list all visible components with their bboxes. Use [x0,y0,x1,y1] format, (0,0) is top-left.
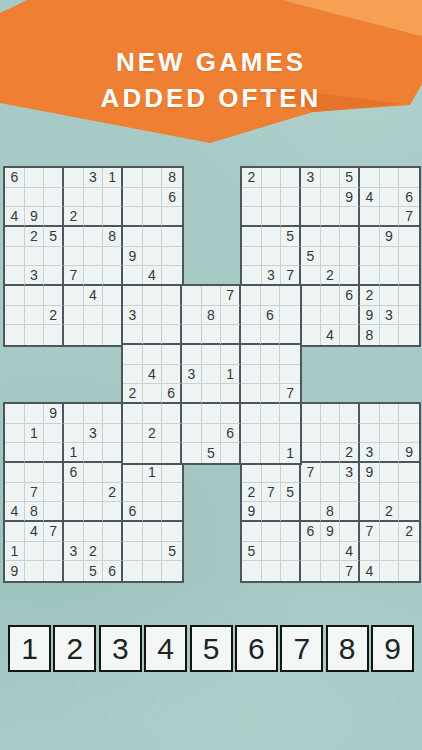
cell-center-r7c9[interactable] [280,404,300,424]
cell-center-r4c9[interactable] [280,345,300,365]
cell-center-r2c1[interactable]: 3 [123,306,143,326]
cell-bottom_left-r6c7[interactable]: 6 [123,502,143,522]
cell-center-r3c6[interactable] [221,325,241,345]
cell-top_right-r2c8[interactable] [380,188,400,208]
cell-bottom_right-r8c2[interactable] [262,542,282,562]
cell-bottom_left-r9c2[interactable] [25,561,45,581]
cell-bottom_right-r2c7[interactable] [360,424,380,444]
cell-top_right-r4c1[interactable] [242,227,262,247]
cell-top_right-r3c8[interactable] [380,207,400,227]
cell-bottom_left-r4c3[interactable] [44,463,64,483]
cell-bottom_right-r3c9[interactable]: 9 [399,443,419,463]
cell-bottom_right-r1c5[interactable] [321,404,341,424]
cell-top_left-r6c4[interactable]: 7 [64,266,84,286]
cell-bottom_right-r2c4[interactable] [301,424,321,444]
cell-bottom_right-r6c7[interactable] [360,502,380,522]
cell-bottom_right-r4c8[interactable] [380,463,400,483]
cell-center-r6c7[interactable] [241,384,261,404]
cell-center-r7c5[interactable] [202,404,222,424]
cell-bottom_left-r1c4[interactable] [64,404,84,424]
cell-center-r2c5[interactable]: 8 [202,306,222,326]
cell-top_left-r2c3[interactable] [44,188,64,208]
cell-center-r6c3[interactable]: 6 [162,384,182,404]
cell-center-r4c7[interactable] [241,345,261,365]
cell-bottom_right-r6c3[interactable] [281,502,301,522]
cell-bottom_right-r4c4[interactable]: 7 [301,463,321,483]
cell-bottom_right-r9c1[interactable] [242,561,262,581]
cell-bottom_left-r8c5[interactable]: 2 [84,542,104,562]
cell-top_left-r8c4[interactable] [64,306,84,326]
cell-top_right-r9c9[interactable] [399,325,419,345]
cell-bottom_left-r7c8[interactable] [143,522,163,542]
cell-top_right-r4c3[interactable]: 5 [281,227,301,247]
cell-center-r7c7[interactable] [241,404,261,424]
cell-bottom_right-r5c1[interactable]: 2 [242,483,262,503]
cell-top_right-r4c8[interactable]: 9 [380,227,400,247]
cell-bottom_left-r4c2[interactable] [25,463,45,483]
cell-center-r7c3[interactable] [162,404,182,424]
cell-top_right-r1c6[interactable]: 5 [340,168,360,188]
cell-center-r1c3[interactable] [162,286,182,306]
cell-top_right-r8c7[interactable]: 9 [360,306,380,326]
cell-top_left-r6c5[interactable] [84,266,104,286]
cell-bottom_right-r6c9[interactable] [399,502,419,522]
cell-bottom_right-r3c6[interactable]: 2 [340,443,360,463]
cell-top_right-r1c5[interactable] [321,168,341,188]
cell-top_right-r1c1[interactable]: 2 [242,168,262,188]
cell-top_left-r2c9[interactable]: 6 [162,188,182,208]
cell-center-r2c2[interactable] [143,306,163,326]
cell-bottom_right-r9c5[interactable] [321,561,341,581]
cell-bottom_right-r5c7[interactable] [360,483,380,503]
cell-bottom_left-r8c8[interactable] [143,542,163,562]
cell-top_left-r1c2[interactable] [25,168,45,188]
cell-top_left-r6c2[interactable]: 3 [25,266,45,286]
cell-top_right-r2c2[interactable] [262,188,282,208]
cell-top_right-r4c2[interactable] [262,227,282,247]
cell-bottom_right-r8c6[interactable]: 4 [340,542,360,562]
cell-bottom_left-r9c3[interactable] [44,561,64,581]
cell-top_left-r4c8[interactable] [143,227,163,247]
cell-bottom_left-r8c2[interactable] [25,542,45,562]
cell-top_left-r1c7[interactable] [123,168,143,188]
cell-top_right-r3c5[interactable] [321,207,341,227]
cell-top_right-r1c9[interactable] [399,168,419,188]
cell-top_left-r1c5[interactable]: 3 [84,168,104,188]
cell-center-r8c7[interactable] [241,424,261,444]
cell-bottom_right-r7c6[interactable] [340,522,360,542]
cell-center-r6c8[interactable] [261,384,281,404]
cell-center-r9c5[interactable]: 5 [202,443,222,463]
cell-top_right-r2c3[interactable] [281,188,301,208]
cell-bottom_right-r8c4[interactable] [301,542,321,562]
number-key-9[interactable]: 9 [371,625,414,672]
cell-bottom_left-r5c7[interactable] [123,483,143,503]
cell-bottom_right-r5c6[interactable] [340,483,360,503]
cell-top_left-r7c1[interactable] [5,286,25,306]
cell-bottom_right-r2c9[interactable] [399,424,419,444]
cell-top_left-r3c2[interactable]: 9 [25,207,45,227]
cell-bottom_right-r4c7[interactable]: 9 [360,463,380,483]
cell-bottom_right-r1c7[interactable] [360,404,380,424]
cell-top_right-r1c8[interactable] [380,168,400,188]
cell-bottom_left-r5c3[interactable] [44,483,64,503]
cell-bottom_right-r2c8[interactable] [380,424,400,444]
cell-top_right-r7c6[interactable]: 6 [340,286,360,306]
cell-bottom_left-r7c5[interactable] [84,522,104,542]
cell-center-r7c1[interactable] [123,404,143,424]
cell-center-r4c8[interactable] [261,345,281,365]
cell-bottom_left-r7c1[interactable] [5,522,25,542]
cell-center-r5c8[interactable] [261,365,281,385]
cell-bottom_right-r3c4[interactable] [301,443,321,463]
cell-bottom_left-r1c1[interactable] [5,404,25,424]
cell-bottom_right-r1c9[interactable] [399,404,419,424]
cell-top_right-r5c8[interactable] [380,247,400,267]
cell-top_right-r1c3[interactable] [281,168,301,188]
cell-top_right-r4c4[interactable] [301,227,321,247]
cell-center-r9c1[interactable] [123,443,143,463]
cell-bottom_right-r7c3[interactable] [281,522,301,542]
cell-top_left-r6c1[interactable] [5,266,25,286]
cell-top_left-r2c7[interactable] [123,188,143,208]
cell-top_right-r5c5[interactable] [321,247,341,267]
cell-top_right-r2c7[interactable]: 4 [360,188,380,208]
cell-center-r1c4[interactable] [182,286,202,306]
cell-bottom_right-r4c9[interactable] [399,463,419,483]
cell-top_left-r5c4[interactable] [64,247,84,267]
cell-center-r8c5[interactable] [202,424,222,444]
cell-bottom_left-r9c4[interactable] [64,561,84,581]
cell-top_left-r7c2[interactable] [25,286,45,306]
cell-top_right-r9c5[interactable]: 4 [321,325,341,345]
cell-center-r5c3[interactable] [162,365,182,385]
cell-center-r2c6[interactable] [221,306,241,326]
cell-top_right-r4c7[interactable] [360,227,380,247]
cell-top_left-r2c5[interactable] [84,188,104,208]
cell-bottom_right-r7c2[interactable] [262,522,282,542]
cell-bottom_right-r9c7[interactable]: 4 [360,561,380,581]
number-key-8[interactable]: 8 [326,625,369,672]
cell-center-r1c5[interactable] [202,286,222,306]
cell-top_left-r9c3[interactable] [44,325,64,345]
cell-bottom_right-r2c5[interactable] [321,424,341,444]
cell-center-r9c7[interactable] [241,443,261,463]
cell-bottom_left-r9c7[interactable] [123,561,143,581]
cell-bottom_left-r6c3[interactable] [44,502,64,522]
cell-center-r1c6[interactable]: 7 [221,286,241,306]
cell-bottom_left-r8c1[interactable]: 1 [5,542,25,562]
cell-bottom_right-r7c5[interactable]: 9 [321,522,341,542]
cell-top_left-r2c1[interactable] [5,188,25,208]
cell-top_right-r5c4[interactable]: 5 [301,247,321,267]
cell-bottom_right-r1c8[interactable] [380,404,400,424]
cell-top_left-r4c1[interactable] [5,227,25,247]
cell-center-r6c4[interactable] [182,384,202,404]
cell-center-r7c6[interactable] [221,404,241,424]
cell-top_left-r3c5[interactable] [84,207,104,227]
cell-bottom_right-r8c9[interactable] [399,542,419,562]
cell-bottom_right-r7c9[interactable]: 2 [399,522,419,542]
cell-bottom_left-r2c2[interactable]: 1 [25,424,45,444]
cell-bottom_right-r9c8[interactable] [380,561,400,581]
cell-center-r3c7[interactable] [241,325,261,345]
cell-top_left-r7c4[interactable] [64,286,84,306]
cell-top_left-r1c3[interactable] [44,168,64,188]
cell-top_left-r3c1[interactable]: 4 [5,207,25,227]
cell-bottom_left-r4c7[interactable] [123,463,143,483]
cell-top_left-r4c4[interactable] [64,227,84,247]
cell-top_right-r5c1[interactable] [242,247,262,267]
cell-top_left-r8c3[interactable]: 2 [44,306,64,326]
cell-top_right-r8c4[interactable] [301,306,321,326]
cell-top_right-r3c6[interactable] [340,207,360,227]
cell-top_right-r1c7[interactable] [360,168,380,188]
cell-bottom_right-r4c1[interactable] [242,463,262,483]
cell-top_right-r3c3[interactable] [281,207,301,227]
cell-bottom_left-r8c3[interactable] [44,542,64,562]
cell-top_right-r9c4[interactable] [301,325,321,345]
cell-bottom_left-r6c9[interactable] [162,502,182,522]
cell-center-r5c2[interactable]: 4 [143,365,163,385]
cell-top_left-r4c3[interactable]: 5 [44,227,64,247]
cell-bottom_right-r6c2[interactable] [262,502,282,522]
cell-top_left-r1c1[interactable]: 6 [5,168,25,188]
cell-center-r2c9[interactable] [280,306,300,326]
cell-bottom_left-r8c7[interactable] [123,542,143,562]
cell-center-r4c2[interactable] [143,345,163,365]
cell-bottom_left-r4c4[interactable]: 6 [64,463,84,483]
cell-top_right-r5c9[interactable] [399,247,419,267]
cell-top_left-r2c6[interactable] [103,188,123,208]
cell-top_left-r5c1[interactable] [5,247,25,267]
cell-bottom_left-r4c1[interactable] [5,463,25,483]
cell-top_left-r4c6[interactable]: 8 [103,227,123,247]
cell-top_right-r6c8[interactable] [380,266,400,286]
cell-bottom_left-r7c4[interactable] [64,522,84,542]
cell-top_left-r8c2[interactable] [25,306,45,326]
cell-center-r8c4[interactable] [182,424,202,444]
cell-center-r5c9[interactable] [280,365,300,385]
cell-top_left-r3c3[interactable] [44,207,64,227]
cell-top_right-r4c9[interactable] [399,227,419,247]
cell-center-r4c3[interactable] [162,345,182,365]
cell-bottom_left-r7c7[interactable] [123,522,143,542]
cell-bottom_left-r5c1[interactable] [5,483,25,503]
cell-center-r8c9[interactable] [280,424,300,444]
cell-top_left-r7c3[interactable] [44,286,64,306]
cell-top_left-r5c6[interactable] [103,247,123,267]
cell-top_left-r3c6[interactable] [103,207,123,227]
cell-bottom_left-r3c2[interactable] [25,443,45,463]
cell-top_right-r2c9[interactable]: 6 [399,188,419,208]
cell-center-r1c8[interactable] [261,286,281,306]
cell-bottom_right-r8c1[interactable]: 5 [242,542,262,562]
cell-bottom_right-r1c4[interactable] [301,404,321,424]
cell-bottom_left-r2c3[interactable] [44,424,64,444]
cell-top_left-r4c9[interactable] [162,227,182,247]
cell-bottom_left-r6c2[interactable]: 8 [25,502,45,522]
cell-top_right-r8c9[interactable] [399,306,419,326]
cell-bottom_left-r8c4[interactable]: 3 [64,542,84,562]
cell-top_left-r1c9[interactable]: 8 [162,168,182,188]
cell-bottom_right-r6c6[interactable] [340,502,360,522]
cell-top_right-r2c5[interactable] [321,188,341,208]
cell-bottom_left-r8c6[interactable] [103,542,123,562]
cell-center-r2c4[interactable] [182,306,202,326]
cell-bottom_left-r3c1[interactable] [5,443,25,463]
cell-bottom_left-r4c5[interactable] [84,463,104,483]
cell-top_left-r5c2[interactable] [25,247,45,267]
cell-bottom_right-r4c6[interactable]: 3 [340,463,360,483]
cell-top_right-r6c9[interactable] [399,266,419,286]
cell-center-r5c6[interactable]: 1 [221,365,241,385]
cell-center-r4c4[interactable] [182,345,202,365]
cell-center-r5c5[interactable] [202,365,222,385]
cell-top_left-r8c1[interactable] [5,306,25,326]
cell-bottom_right-r3c5[interactable] [321,443,341,463]
cell-bottom_right-r6c5[interactable]: 8 [321,502,341,522]
cell-top_right-r2c1[interactable] [242,188,262,208]
cell-top_left-r2c4[interactable] [64,188,84,208]
cell-top_right-r6c7[interactable] [360,266,380,286]
cell-bottom_right-r4c2[interactable] [262,463,282,483]
cell-bottom_left-r7c2[interactable]: 4 [25,522,45,542]
cell-bottom_right-r9c3[interactable] [281,561,301,581]
cell-top_right-r3c7[interactable] [360,207,380,227]
cell-top_left-r3c9[interactable] [162,207,182,227]
cell-center-r9c4[interactable] [182,443,202,463]
cell-bottom_left-r1c5[interactable] [84,404,104,424]
cell-bottom_left-r1c2[interactable] [25,404,45,424]
cell-top_left-r9c2[interactable] [25,325,45,345]
cell-bottom_right-r9c2[interactable] [262,561,282,581]
cell-center-r3c4[interactable] [182,325,202,345]
cell-bottom_right-r7c1[interactable] [242,522,262,542]
cell-center-r7c2[interactable] [143,404,163,424]
cell-top_left-r3c4[interactable]: 2 [64,207,84,227]
cell-top_left-r5c3[interactable] [44,247,64,267]
cell-bottom_left-r9c6[interactable]: 6 [103,561,123,581]
cell-top_left-r9c4[interactable] [64,325,84,345]
cell-center-r8c2[interactable]: 2 [143,424,163,444]
cell-bottom_left-r8c9[interactable]: 5 [162,542,182,562]
number-key-1[interactable]: 1 [8,625,51,672]
cell-top_left-r5c8[interactable] [143,247,163,267]
cell-top_left-r1c6[interactable]: 1 [103,168,123,188]
cell-center-r6c5[interactable] [202,384,222,404]
cell-bottom_right-r6c8[interactable]: 2 [380,502,400,522]
cell-top_right-r6c6[interactable] [340,266,360,286]
cell-center-r8c8[interactable] [261,424,281,444]
cell-center-r1c7[interactable] [241,286,261,306]
number-key-5[interactable]: 5 [190,625,233,672]
cell-bottom_left-r6c8[interactable] [143,502,163,522]
cell-top_left-r5c7[interactable]: 9 [123,247,143,267]
cell-top_left-r1c8[interactable] [143,168,163,188]
cell-bottom_left-r3c3[interactable] [44,443,64,463]
cell-center-r8c1[interactable] [123,424,143,444]
cell-center-r1c2[interactable] [143,286,163,306]
cell-bottom_right-r1c6[interactable] [340,404,360,424]
cell-center-r7c8[interactable] [261,404,281,424]
cell-bottom_left-r2c1[interactable] [5,424,25,444]
cell-center-r9c9[interactable]: 1 [280,443,300,463]
cell-bottom_right-r4c3[interactable] [281,463,301,483]
cell-top_right-r4c6[interactable] [340,227,360,247]
cell-bottom_right-r5c5[interactable] [321,483,341,503]
cell-bottom_right-r7c8[interactable] [380,522,400,542]
cell-bottom_right-r8c7[interactable] [360,542,380,562]
cell-bottom_left-r9c1[interactable]: 9 [5,561,25,581]
cell-bottom_right-r3c7[interactable]: 3 [360,443,380,463]
cell-top_left-r1c4[interactable] [64,168,84,188]
cell-top_right-r3c2[interactable] [262,207,282,227]
cell-bottom_left-r3c4[interactable]: 1 [64,443,84,463]
cell-bottom_left-r5c9[interactable] [162,483,182,503]
number-key-3[interactable]: 3 [99,625,142,672]
cell-top_right-r1c2[interactable] [262,168,282,188]
cell-top_left-r9c1[interactable] [5,325,25,345]
cell-top_left-r9c5[interactable] [84,325,104,345]
cell-top_right-r6c5[interactable]: 2 [321,266,341,286]
cell-bottom_left-r5c8[interactable] [143,483,163,503]
cell-bottom_left-r2c5[interactable]: 3 [84,424,104,444]
cell-bottom_right-r8c3[interactable] [281,542,301,562]
cell-center-r2c3[interactable] [162,306,182,326]
cell-top_right-r7c4[interactable] [301,286,321,306]
cell-bottom_left-r4c6[interactable] [103,463,123,483]
cell-center-r3c1[interactable] [123,325,143,345]
cell-bottom_left-r5c2[interactable]: 7 [25,483,45,503]
cell-top_right-r5c3[interactable] [281,247,301,267]
cell-center-r3c5[interactable] [202,325,222,345]
cell-top_right-r9c8[interactable] [380,325,400,345]
cell-top_right-r2c6[interactable]: 9 [340,188,360,208]
cell-bottom_right-r8c5[interactable] [321,542,341,562]
cell-bottom_left-r4c9[interactable] [162,463,182,483]
cell-center-r5c1[interactable] [123,365,143,385]
cell-center-r1c1[interactable] [123,286,143,306]
cell-top_left-r2c8[interactable] [143,188,163,208]
cell-bottom_left-r7c6[interactable] [103,522,123,542]
cell-bottom_right-r2c6[interactable] [340,424,360,444]
cell-center-r8c6[interactable]: 6 [221,424,241,444]
cell-center-r9c2[interactable] [143,443,163,463]
cell-bottom_right-r6c4[interactable] [301,502,321,522]
cell-bottom_right-r5c4[interactable] [301,483,321,503]
cell-bottom_right-r5c8[interactable] [380,483,400,503]
cell-center-r2c8[interactable]: 6 [261,306,281,326]
cell-top_left-r6c3[interactable] [44,266,64,286]
cell-bottom_right-r9c6[interactable]: 7 [340,561,360,581]
cell-bottom_right-r5c9[interactable] [399,483,419,503]
cell-top_left-r4c2[interactable]: 2 [25,227,45,247]
cell-top_left-r5c9[interactable] [162,247,182,267]
cell-bottom_right-r8c8[interactable] [380,542,400,562]
cell-bottom_left-r9c9[interactable] [162,561,182,581]
cell-bottom_right-r9c4[interactable] [301,561,321,581]
cell-top_right-r7c5[interactable] [321,286,341,306]
cell-bottom_right-r9c9[interactable] [399,561,419,581]
cell-bottom_left-r9c8[interactable] [143,561,163,581]
cell-top_right-r9c7[interactable]: 8 [360,325,380,345]
cell-center-r3c8[interactable] [261,325,281,345]
cell-bottom_right-r5c3[interactable]: 5 [281,483,301,503]
cell-center-r4c6[interactable] [221,345,241,365]
cell-center-r8c3[interactable] [162,424,182,444]
cell-bottom_right-r4c5[interactable] [321,463,341,483]
